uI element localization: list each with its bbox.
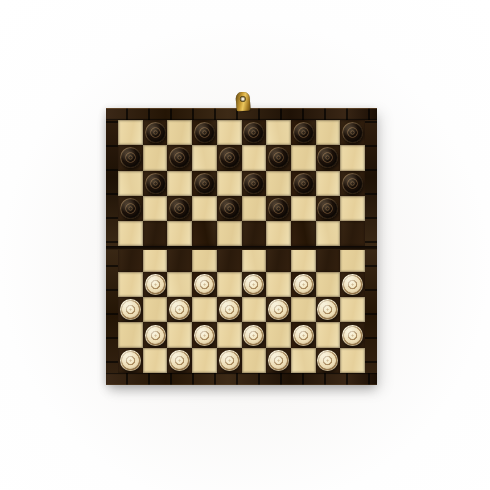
light-piece[interactable] xyxy=(317,299,338,320)
dark-piece[interactable] xyxy=(194,173,215,194)
square-r8c2[interactable] xyxy=(143,297,168,322)
dark-piece[interactable] xyxy=(219,147,240,168)
square-r10c4[interactable] xyxy=(192,348,217,373)
square-r6c1[interactable] xyxy=(118,246,143,271)
square-r4c9[interactable] xyxy=(316,196,341,221)
square-r4c8[interactable] xyxy=(291,196,316,221)
square-r7c1[interactable] xyxy=(118,272,143,297)
square-r9c2[interactable] xyxy=(143,322,168,347)
square-r8c10[interactable] xyxy=(340,297,365,322)
dark-piece[interactable] xyxy=(317,147,338,168)
square-r7c5[interactable] xyxy=(217,272,242,297)
dark-piece[interactable] xyxy=(194,122,215,143)
square-r3c9[interactable] xyxy=(316,171,341,196)
square-r9c10[interactable] xyxy=(340,322,365,347)
square-r5c4[interactable] xyxy=(192,221,217,246)
square-r1c2[interactable] xyxy=(143,120,168,145)
square-r9c3[interactable] xyxy=(167,322,192,347)
square-r4c6[interactable] xyxy=(242,196,267,221)
square-r8c8[interactable] xyxy=(291,297,316,322)
square-r7c8[interactable] xyxy=(291,272,316,297)
square-r8c4[interactable] xyxy=(192,297,217,322)
square-r5c2[interactable] xyxy=(143,221,168,246)
square-r5c6[interactable] xyxy=(242,221,267,246)
light-piece[interactable] xyxy=(243,274,264,295)
square-r2c9[interactable] xyxy=(316,145,341,170)
light-piece[interactable] xyxy=(293,325,314,346)
square-r10c1[interactable] xyxy=(118,348,143,373)
square-r2c7[interactable] xyxy=(266,145,291,170)
square-r9c6[interactable] xyxy=(242,322,267,347)
square-r8c9[interactable] xyxy=(316,297,341,322)
square-r2c8[interactable] xyxy=(291,145,316,170)
square-r6c2[interactable] xyxy=(143,246,168,271)
light-piece[interactable] xyxy=(268,299,289,320)
dark-piece[interactable] xyxy=(243,173,264,194)
square-r3c1[interactable] xyxy=(118,171,143,196)
square-r3c10[interactable] xyxy=(340,171,365,196)
light-piece[interactable] xyxy=(145,274,166,295)
square-r8c7[interactable] xyxy=(266,297,291,322)
square-r7c2[interactable] xyxy=(143,272,168,297)
square-r8c1[interactable] xyxy=(118,297,143,322)
square-r6c8[interactable] xyxy=(291,246,316,271)
square-r10c2[interactable] xyxy=(143,348,168,373)
dark-piece[interactable] xyxy=(120,198,141,219)
square-r1c10[interactable] xyxy=(340,120,365,145)
square-r8c5[interactable] xyxy=(217,297,242,322)
square-r1c5[interactable] xyxy=(217,120,242,145)
board-fold-seam xyxy=(106,246,377,250)
board-frame-bottom xyxy=(106,373,377,385)
square-r2c6[interactable] xyxy=(242,145,267,170)
light-piece[interactable] xyxy=(317,350,338,371)
light-piece[interactable] xyxy=(268,350,289,371)
square-r10c7[interactable] xyxy=(266,348,291,373)
light-piece[interactable] xyxy=(194,325,215,346)
square-r4c1[interactable] xyxy=(118,196,143,221)
square-r1c1[interactable] xyxy=(118,120,143,145)
square-r5c5[interactable] xyxy=(217,221,242,246)
square-r8c6[interactable] xyxy=(242,297,267,322)
square-r1c7[interactable] xyxy=(266,120,291,145)
square-r3c8[interactable] xyxy=(291,171,316,196)
square-r10c8[interactable] xyxy=(291,348,316,373)
light-piece[interactable] xyxy=(169,299,190,320)
dark-piece[interactable] xyxy=(145,173,166,194)
square-r9c9[interactable] xyxy=(316,322,341,347)
dark-piece[interactable] xyxy=(145,122,166,143)
square-r2c3[interactable] xyxy=(167,145,192,170)
square-r3c3[interactable] xyxy=(167,171,192,196)
square-r7c9[interactable] xyxy=(316,272,341,297)
square-r6c4[interactable] xyxy=(192,246,217,271)
light-piece[interactable] xyxy=(145,325,166,346)
square-r3c5[interactable] xyxy=(217,171,242,196)
square-r10c10[interactable] xyxy=(340,348,365,373)
square-r1c3[interactable] xyxy=(167,120,192,145)
square-r5c1[interactable] xyxy=(118,221,143,246)
square-r5c7[interactable] xyxy=(266,221,291,246)
dark-piece[interactable] xyxy=(169,198,190,219)
light-piece[interactable] xyxy=(219,350,240,371)
light-piece[interactable] xyxy=(194,274,215,295)
dark-piece[interactable] xyxy=(293,173,314,194)
square-r5c8[interactable] xyxy=(291,221,316,246)
square-r1c9[interactable] xyxy=(316,120,341,145)
square-r9c1[interactable] xyxy=(118,322,143,347)
square-r6c6[interactable] xyxy=(242,246,267,271)
square-r9c7[interactable] xyxy=(266,322,291,347)
square-r4c5[interactable] xyxy=(217,196,242,221)
dark-piece[interactable] xyxy=(293,122,314,143)
square-r7c3[interactable] xyxy=(167,272,192,297)
square-r3c4[interactable] xyxy=(192,171,217,196)
square-r10c9[interactable] xyxy=(316,348,341,373)
brass-latch-icon xyxy=(235,92,250,112)
square-r5c10[interactable] xyxy=(340,221,365,246)
light-piece[interactable] xyxy=(120,350,141,371)
square-r3c7[interactable] xyxy=(266,171,291,196)
square-r2c5[interactable] xyxy=(217,145,242,170)
dark-piece[interactable] xyxy=(342,122,363,143)
square-r2c1[interactable] xyxy=(118,145,143,170)
light-piece[interactable] xyxy=(169,350,190,371)
square-r3c2[interactable] xyxy=(143,171,168,196)
light-piece[interactable] xyxy=(342,325,363,346)
square-r7c4[interactable] xyxy=(192,272,217,297)
square-r4c3[interactable] xyxy=(167,196,192,221)
square-r5c3[interactable] xyxy=(167,221,192,246)
square-r2c10[interactable] xyxy=(340,145,365,170)
square-r10c6[interactable] xyxy=(242,348,267,373)
square-r8c3[interactable] xyxy=(167,297,192,322)
square-r10c3[interactable] xyxy=(167,348,192,373)
dark-piece[interactable] xyxy=(268,198,289,219)
square-r6c7[interactable] xyxy=(266,246,291,271)
dark-piece[interactable] xyxy=(120,147,141,168)
draughts-board xyxy=(106,108,377,385)
square-r4c7[interactable] xyxy=(266,196,291,221)
dark-piece[interactable] xyxy=(169,147,190,168)
square-r7c10[interactable] xyxy=(340,272,365,297)
square-r5c9[interactable] xyxy=(316,221,341,246)
square-r9c5[interactable] xyxy=(217,322,242,347)
square-r9c8[interactable] xyxy=(291,322,316,347)
square-r2c4[interactable] xyxy=(192,145,217,170)
square-r1c6[interactable] xyxy=(242,120,267,145)
square-r10c5[interactable] xyxy=(217,348,242,373)
square-r6c3[interactable] xyxy=(167,246,192,271)
square-r4c2[interactable] xyxy=(143,196,168,221)
square-r4c10[interactable] xyxy=(340,196,365,221)
dark-piece[interactable] xyxy=(342,173,363,194)
light-piece[interactable] xyxy=(293,274,314,295)
square-r7c6[interactable] xyxy=(242,272,267,297)
square-r4c4[interactable] xyxy=(192,196,217,221)
square-r9c4[interactable] xyxy=(192,322,217,347)
dark-piece[interactable] xyxy=(317,198,338,219)
square-r7c7[interactable] xyxy=(266,272,291,297)
light-piece[interactable] xyxy=(219,299,240,320)
square-r2c2[interactable] xyxy=(143,145,168,170)
dark-piece[interactable] xyxy=(219,198,240,219)
square-r1c4[interactable] xyxy=(192,120,217,145)
square-r1c8[interactable] xyxy=(291,120,316,145)
light-piece[interactable] xyxy=(120,299,141,320)
square-r6c5[interactable] xyxy=(217,246,242,271)
photo-background: { "game": "checkers-international-draugh… xyxy=(0,0,490,490)
dark-piece[interactable] xyxy=(268,147,289,168)
square-r6c10[interactable] xyxy=(340,246,365,271)
dark-piece[interactable] xyxy=(243,122,264,143)
square-r3c6[interactable] xyxy=(242,171,267,196)
light-piece[interactable] xyxy=(243,325,264,346)
light-piece[interactable] xyxy=(342,274,363,295)
square-r6c9[interactable] xyxy=(316,246,341,271)
